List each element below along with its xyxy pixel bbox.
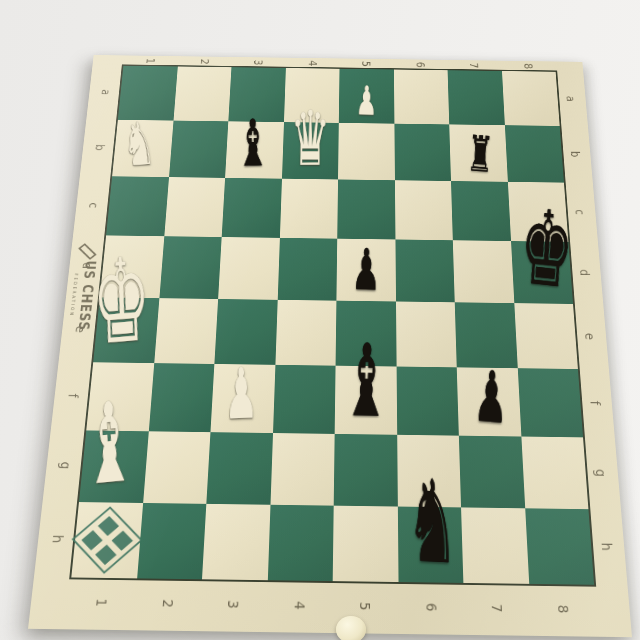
- square-h8[interactable]: [525, 508, 594, 584]
- square-f5[interactable]: ♝: [335, 366, 397, 435]
- square-g2[interactable]: [143, 431, 211, 504]
- piece-black-bishop[interactable]: ♝: [236, 111, 271, 176]
- label-left-file-h: h: [50, 535, 64, 543]
- square-f3[interactable]: ♟: [210, 364, 275, 433]
- square-b3[interactable]: ♝: [225, 121, 283, 178]
- square-g4[interactable]: [270, 433, 335, 506]
- square-d6[interactable]: [395, 239, 455, 302]
- square-d3[interactable]: [218, 237, 279, 300]
- piece-black-pawn[interactable]: ♟: [473, 361, 510, 434]
- square-c4[interactable]: [279, 179, 338, 239]
- square-e4[interactable]: [275, 300, 336, 366]
- label-top-rank-1: 1: [145, 58, 157, 64]
- label-right-file-b: b: [569, 151, 581, 157]
- square-h5[interactable]: [333, 506, 398, 582]
- square-h6[interactable]: ♞: [397, 507, 463, 583]
- label-top-rank-3: 3: [253, 60, 265, 66]
- label-left-file-e: e: [74, 326, 87, 333]
- square-c5[interactable]: [337, 179, 395, 239]
- square-d4[interactable]: [277, 238, 337, 301]
- square-b7[interactable]: ♜: [449, 124, 507, 181]
- label-bottom-rank-1: 1: [94, 598, 109, 607]
- square-b5[interactable]: [338, 123, 394, 180]
- square-h4[interactable]: [267, 505, 333, 581]
- label-left-file-f: f: [66, 394, 79, 398]
- square-e6[interactable]: [396, 301, 457, 367]
- square-e2[interactable]: [154, 298, 218, 364]
- square-h3[interactable]: [202, 504, 270, 580]
- label-bottom-rank-5: 5: [358, 602, 372, 611]
- square-d7[interactable]: [453, 240, 514, 303]
- square-g8[interactable]: [521, 437, 588, 510]
- square-g5[interactable]: [334, 434, 398, 507]
- square-c3[interactable]: [222, 178, 282, 238]
- square-c2[interactable]: [164, 177, 225, 237]
- label-top-rank-8: 8: [522, 63, 534, 69]
- label-top-rank-7: 7: [469, 63, 481, 69]
- label-left-file-a: a: [100, 89, 112, 95]
- square-b1[interactable]: ♞: [112, 120, 173, 177]
- label-bottom-rank-3: 3: [226, 600, 240, 609]
- square-c6[interactable]: [395, 180, 453, 240]
- square-d5[interactable]: ♟: [336, 239, 395, 302]
- square-a6[interactable]: [394, 70, 450, 125]
- label-bottom-rank-2: 2: [160, 599, 174, 608]
- square-c7[interactable]: [451, 181, 511, 241]
- square-a8[interactable]: [502, 71, 560, 126]
- square-d2[interactable]: [159, 236, 222, 299]
- piece-black-bishop[interactable]: ♝: [341, 331, 391, 433]
- piece-black-rook[interactable]: ♜: [466, 129, 494, 180]
- square-a5[interactable]: ♟: [339, 69, 394, 124]
- table-surface: ♟♞♝♛♜♟♚♚♟♝♟♝♞ US CHESS FEDERATION 123456…: [0, 0, 640, 640]
- label-right-file-c: c: [574, 209, 586, 215]
- label-top-rank-6: 6: [415, 62, 426, 68]
- square-f8[interactable]: [517, 368, 583, 437]
- square-h1[interactable]: [71, 502, 142, 578]
- square-g1[interactable]: ♝: [79, 430, 148, 503]
- piece-black-knight[interactable]: ♞: [404, 464, 460, 581]
- label-left-file-b: b: [94, 144, 106, 150]
- square-h7[interactable]: [461, 507, 529, 583]
- piece-black-pawn[interactable]: ♟: [352, 241, 382, 299]
- label-bottom-rank-7: 7: [490, 604, 504, 613]
- label-right-file-d: d: [578, 269, 591, 276]
- label-bottom-rank-4: 4: [292, 601, 306, 610]
- captured-white-piece[interactable]: [336, 616, 366, 640]
- square-f2[interactable]: [148, 363, 214, 432]
- label-right-file-f: f: [589, 401, 602, 405]
- square-f4[interactable]: [273, 365, 336, 434]
- square-e1[interactable]: ♚: [93, 297, 159, 363]
- label-top-rank-5: 5: [361, 61, 372, 67]
- piece-white-knight[interactable]: ♞: [122, 113, 156, 175]
- square-b2[interactable]: [169, 121, 229, 178]
- square-d8[interactable]: ♚: [511, 241, 573, 304]
- piece-white-bishop[interactable]: ♝: [82, 386, 138, 501]
- label-top-rank-2: 2: [199, 59, 211, 65]
- label-bottom-rank-8: 8: [556, 605, 570, 614]
- label-bottom-rank-6: 6: [424, 603, 438, 612]
- us-chess-corner-logo-icon: [72, 506, 143, 574]
- square-c1[interactable]: [106, 176, 168, 236]
- label-right-file-h: h: [600, 543, 614, 551]
- piece-white-pawn[interactable]: ♟: [224, 359, 258, 431]
- square-g7[interactable]: [459, 436, 525, 509]
- square-f6[interactable]: [396, 367, 459, 436]
- board-grid: ♟♞♝♛♜♟♚♚♟♝♟♝♞: [71, 66, 594, 585]
- label-left-file-c: c: [87, 202, 100, 208]
- label-right-file-g: g: [594, 469, 608, 477]
- square-f7[interactable]: ♟: [457, 367, 521, 436]
- square-b4[interactable]: ♛: [282, 122, 339, 179]
- square-a7[interactable]: [448, 70, 505, 125]
- label-top-rank-4: 4: [307, 60, 318, 66]
- piece-white-queen[interactable]: ♛: [289, 101, 330, 177]
- label-right-file-e: e: [583, 333, 596, 340]
- square-g3[interactable]: [206, 432, 272, 505]
- square-h2[interactable]: [137, 503, 207, 579]
- piece-white-king[interactable]: ♚: [92, 242, 154, 363]
- piece-black-king[interactable]: ♚: [516, 195, 575, 304]
- square-b6[interactable]: [394, 124, 451, 181]
- label-right-file-a: a: [565, 96, 577, 102]
- square-a2[interactable]: [173, 66, 231, 121]
- label-left-file-g: g: [59, 462, 73, 470]
- piece-white-pawn[interactable]: ♟: [356, 81, 378, 122]
- chess-board: ♟♞♝♛♜♟♚♚♟♝♟♝♞ US CHESS FEDERATION 123456…: [28, 55, 632, 637]
- square-b8[interactable]: [504, 125, 563, 182]
